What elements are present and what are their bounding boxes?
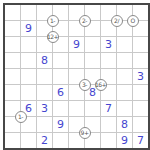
- mathrax-clue-circle: 3-: [79, 79, 91, 91]
- cell-r2c2[interactable]: 9: [21, 21, 36, 36]
- cell-r4c6[interactable]: [85, 53, 100, 68]
- cell-r9c3[interactable]: 2: [37, 133, 52, 148]
- cell-r7c5[interactable]: [69, 101, 84, 116]
- mathrax-board-wrapper: 9938368637982971-2-2/O12+3-16+1-9+: [3, 3, 150, 150]
- cell-r4c8[interactable]: [117, 53, 132, 68]
- cell-r4c4[interactable]: [53, 53, 68, 68]
- cell-r5c1[interactable]: [5, 69, 20, 84]
- cell-r1c1[interactable]: [5, 5, 20, 20]
- cell-r4c7[interactable]: [101, 53, 116, 68]
- cell-r3c9[interactable]: [133, 37, 148, 52]
- cell-r1c2[interactable]: [21, 5, 36, 20]
- mathrax-clue-circle: 2-: [79, 15, 91, 27]
- cell-r8c9[interactable]: [133, 117, 148, 132]
- cell-r5c2[interactable]: [21, 69, 36, 84]
- cell-r9c4[interactable]: [53, 133, 68, 148]
- cell-r3c6[interactable]: [85, 37, 100, 52]
- cell-r3c1[interactable]: [5, 37, 20, 52]
- mathrax-clue-circle: 2/: [111, 15, 123, 27]
- cell-r5c8[interactable]: [117, 69, 132, 84]
- cell-r7c7[interactable]: 7: [101, 101, 116, 116]
- cell-r5c3[interactable]: [37, 69, 52, 84]
- cell-r6c1[interactable]: [5, 85, 20, 100]
- cell-r4c2[interactable]: [21, 53, 36, 68]
- cell-r4c5[interactable]: [69, 53, 84, 68]
- cell-r7c4[interactable]: [53, 101, 68, 116]
- cell-r6c2[interactable]: [21, 85, 36, 100]
- cell-r7c9[interactable]: [133, 101, 148, 116]
- cell-r7c8[interactable]: [117, 101, 132, 116]
- mathrax-board: 9938368637982971-2-2/O12+3-16+1-9+: [3, 3, 150, 150]
- cell-r8c4[interactable]: 9: [53, 117, 68, 132]
- cell-r6c3[interactable]: [37, 85, 52, 100]
- cell-r6c8[interactable]: [117, 85, 132, 100]
- cell-r8c3[interactable]: [37, 117, 52, 132]
- cell-r4c9[interactable]: [133, 53, 148, 68]
- cell-r3c2[interactable]: [21, 37, 36, 52]
- cell-r4c3[interactable]: 8: [37, 53, 52, 68]
- cell-r5c4[interactable]: [53, 69, 68, 84]
- mathrax-clue-circle: 1-: [47, 15, 59, 27]
- mathrax-clue-circle: O: [127, 15, 139, 27]
- cell-r9c2[interactable]: [21, 133, 36, 148]
- mathrax-clue-circle: 9+: [79, 127, 91, 139]
- cell-r3c7[interactable]: 3: [101, 37, 116, 52]
- cell-r8c8[interactable]: 8: [117, 117, 132, 132]
- cell-r5c9[interactable]: 3: [133, 69, 148, 84]
- cell-r6c9[interactable]: [133, 85, 148, 100]
- cell-r6c4[interactable]: 6: [53, 85, 68, 100]
- cell-r9c7[interactable]: [101, 133, 116, 148]
- cell-r9c8[interactable]: 9: [117, 133, 132, 148]
- cell-r7c6[interactable]: [85, 101, 100, 116]
- mathrax-clue-circle: 12+: [47, 31, 59, 43]
- cell-r3c8[interactable]: [117, 37, 132, 52]
- cell-r9c1[interactable]: [5, 133, 20, 148]
- cell-r3c5[interactable]: 9: [69, 37, 84, 52]
- cell-r7c3[interactable]: 3: [37, 101, 52, 116]
- cell-r8c7[interactable]: [101, 117, 116, 132]
- mathrax-clue-circle: 16+: [95, 79, 107, 91]
- mathrax-clue-circle: 1-: [15, 111, 27, 123]
- cell-r2c1[interactable]: [5, 21, 20, 36]
- cell-r9c9[interactable]: 7: [133, 133, 148, 148]
- cell-r4c1[interactable]: [5, 53, 20, 68]
